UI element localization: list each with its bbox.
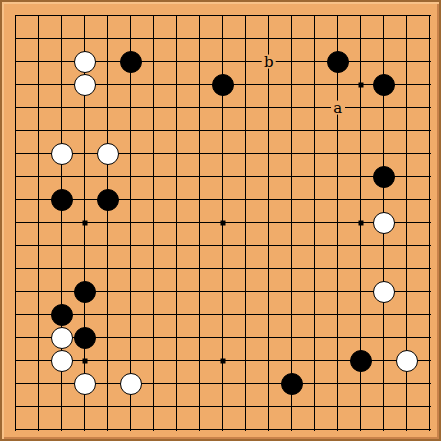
white-stone <box>120 373 142 395</box>
star-point <box>82 358 87 363</box>
white-stone <box>396 350 418 372</box>
black-stone <box>373 74 395 96</box>
black-stone <box>74 327 96 349</box>
white-stone <box>373 212 395 234</box>
star-point <box>220 220 225 225</box>
star-point <box>358 220 363 225</box>
white-stone <box>74 373 96 395</box>
move-label-a: a <box>331 100 345 114</box>
white-stone <box>51 350 73 372</box>
go-board: ba <box>0 0 441 441</box>
black-stone <box>373 166 395 188</box>
black-stone <box>51 189 73 211</box>
white-stone <box>373 281 395 303</box>
black-stone <box>120 51 142 73</box>
white-stone <box>51 327 73 349</box>
white-stone <box>97 143 119 165</box>
move-label-b: b <box>261 54 276 68</box>
star-point <box>82 220 87 225</box>
black-stone <box>212 74 234 96</box>
black-stone <box>74 281 96 303</box>
black-stone <box>350 350 372 372</box>
black-stone <box>281 373 303 395</box>
white-stone <box>51 143 73 165</box>
black-stone <box>97 189 119 211</box>
black-stone <box>327 51 349 73</box>
star-point <box>220 358 225 363</box>
white-stone <box>74 51 96 73</box>
black-stone <box>51 304 73 326</box>
star-point <box>358 82 363 87</box>
white-stone <box>74 74 96 96</box>
